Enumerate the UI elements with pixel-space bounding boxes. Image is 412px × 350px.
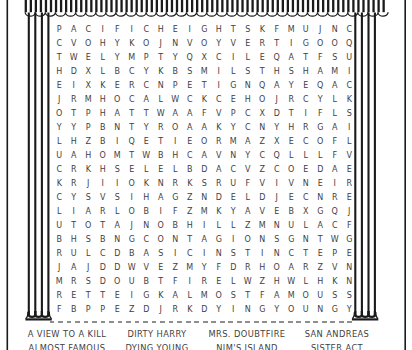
grid-cell: H	[299, 65, 314, 79]
grid-cell: B	[96, 121, 111, 135]
grid-cell: V	[255, 205, 270, 219]
grid-cell: Y	[139, 121, 154, 135]
grid-cell: H	[168, 149, 183, 163]
grid-cell: N	[255, 233, 270, 247]
grid-cell: K	[183, 303, 198, 317]
grid-cell: E	[299, 79, 314, 93]
grid-cell: O	[313, 37, 328, 51]
grid-cell: L	[96, 65, 111, 79]
grid-cell: Y	[212, 303, 227, 317]
grid-cell: E	[110, 303, 125, 317]
grid-cell: L	[154, 93, 169, 107]
grid-cell: C	[81, 23, 96, 37]
grid-cell: N	[241, 303, 256, 317]
grid-cell: E	[110, 79, 125, 93]
grid-cell: I	[342, 121, 357, 135]
left-curtain-column	[25, 13, 51, 320]
grid-cell: B	[110, 65, 125, 79]
grid-cell: I	[96, 177, 111, 191]
grid-cell: U	[226, 177, 241, 191]
grid-cell: I	[342, 65, 357, 79]
grid-cell: F	[212, 261, 227, 275]
grid-cell: E	[270, 205, 285, 219]
grid-cell: E	[284, 135, 299, 149]
grid-cell: U	[52, 219, 67, 233]
grid-cell: C	[139, 79, 154, 93]
grid-cell: L	[226, 65, 241, 79]
grid-cell: S	[110, 163, 125, 177]
grid-cell: Z	[81, 135, 96, 149]
grid-cell: A	[67, 23, 82, 37]
grid-cell: J	[125, 219, 140, 233]
grid-cell: U	[313, 289, 328, 303]
grid-cell: M	[197, 65, 212, 79]
grid-cell: R	[168, 303, 183, 317]
grid-cell: I	[125, 191, 140, 205]
grid-cell: I	[67, 79, 82, 93]
grid-cell: I	[299, 107, 314, 121]
grid-cell: J	[154, 303, 169, 317]
grid-cell: I	[125, 289, 140, 303]
grid-cell: G	[342, 233, 357, 247]
grid-cell: V	[342, 149, 357, 163]
grid-cell: N	[154, 79, 169, 93]
grid-cell: B	[154, 149, 169, 163]
grid-cell: M	[255, 219, 270, 233]
grid-cell: I	[96, 23, 111, 37]
grid-cell: T	[154, 51, 169, 65]
grid-cell: A	[328, 79, 343, 93]
grid-cell: H	[67, 135, 82, 149]
cut-line-separator	[50, 321, 354, 323]
grid-cell: N	[270, 219, 285, 233]
grid-cell: M	[284, 289, 299, 303]
grid-cell: T	[139, 107, 154, 121]
grid-cell: H	[96, 93, 111, 107]
grid-cell: D	[96, 275, 111, 289]
grid-cell: H	[270, 275, 285, 289]
grid-cell: R	[197, 275, 212, 289]
word-list-item: ALMOST FAMOUS	[22, 344, 112, 350]
grid-cell: T	[52, 51, 67, 65]
grid-cell: G	[255, 303, 270, 317]
grid-cell: J	[270, 191, 285, 205]
grid-cell: L	[241, 191, 256, 205]
grid-cell: C	[342, 23, 357, 37]
grid-cell: N	[197, 191, 212, 205]
grid-cell: L	[342, 135, 357, 149]
grid-cell: F	[313, 51, 328, 65]
grid-cell: S	[226, 289, 241, 303]
grid-cell: T	[96, 219, 111, 233]
grid-cell: O	[255, 93, 270, 107]
grid-cell: A	[241, 135, 256, 149]
grid-cell: W	[67, 51, 82, 65]
grid-cell: O	[154, 233, 169, 247]
grid-cell: J	[52, 261, 67, 275]
word-list-item: A VIEW TO A KILL	[22, 330, 112, 339]
grid-cell: H	[270, 65, 285, 79]
grid-cell: U	[125, 275, 140, 289]
grid-cell: K	[255, 23, 270, 37]
grid-cell: B	[183, 163, 198, 177]
grid-cell: N	[241, 79, 256, 93]
grid-cell: D	[197, 303, 212, 317]
grid-cell: S	[154, 247, 169, 261]
grid-cell: H	[96, 37, 111, 51]
grid-cell: O	[299, 289, 314, 303]
grid-cell: B	[168, 219, 183, 233]
grid-cell: B	[96, 233, 111, 247]
grid-cell: A	[284, 261, 299, 275]
grid-cell: E	[52, 79, 67, 93]
grid-cell: P	[81, 121, 96, 135]
grid-cell: I	[226, 303, 241, 317]
grid-cell: V	[183, 37, 198, 51]
grid-cell: A	[197, 233, 212, 247]
grid-cell: O	[154, 219, 169, 233]
grid-cell: J	[270, 93, 285, 107]
grid-cell: L	[313, 149, 328, 163]
grid-cell: K	[81, 163, 96, 177]
grid-cell: A	[67, 261, 82, 275]
word-list-item: SAN ANDREAS	[292, 330, 382, 339]
curtain-valance	[25, 0, 388, 16]
grid-cell: K	[212, 205, 227, 219]
grid-cell: O	[197, 37, 212, 51]
grid-cell: N	[313, 191, 328, 205]
grid-cell: I	[67, 205, 82, 219]
grid-cell: G	[139, 289, 154, 303]
grid-cell: V	[212, 107, 227, 121]
grid-cell: E	[284, 191, 299, 205]
grid-cell: A	[139, 93, 154, 107]
grid-cell: G	[299, 37, 314, 51]
grid-cell: H	[52, 65, 67, 79]
grid-cell: C	[52, 163, 67, 177]
grid-cell: V	[328, 261, 343, 275]
grid-cell: C	[342, 79, 357, 93]
grid-cell: X	[255, 107, 270, 121]
grid-cell: Z	[125, 303, 140, 317]
grid-cell: L	[299, 219, 314, 233]
grid-cell: Y	[52, 121, 67, 135]
grid-cell: R	[212, 177, 227, 191]
grid-cell: R	[67, 177, 82, 191]
grid-cell: C	[139, 233, 154, 247]
grid-cell: P	[168, 79, 183, 93]
grid-cell: A	[168, 289, 183, 303]
grid-cell: A	[81, 205, 96, 219]
grid-cell: V	[226, 37, 241, 51]
grid-cell: S	[284, 65, 299, 79]
grid-cell: Q	[313, 79, 328, 93]
grid-cell: O	[168, 121, 183, 135]
grid-cell: T	[67, 107, 82, 121]
grid-cell: Q	[328, 205, 343, 219]
grid-cell: B	[67, 303, 82, 317]
grid-cell: S	[241, 23, 256, 37]
grid-cell: H	[313, 275, 328, 289]
grid-cell: R	[96, 205, 111, 219]
grid-cell: Z	[313, 261, 328, 275]
grid-cell: L	[241, 51, 256, 65]
grid-cell: K	[328, 275, 343, 289]
grid-cell: C	[212, 93, 227, 107]
grid-cell: F	[197, 107, 212, 121]
grid-cell: S	[81, 191, 96, 205]
grid-cell: J	[52, 93, 67, 107]
grid-cell: N	[270, 247, 285, 261]
grid-cell: T	[299, 247, 314, 261]
grid-cell: E	[342, 163, 357, 177]
grid-cell: H	[212, 23, 227, 37]
grid-cell: U	[299, 303, 314, 317]
grid-cell: L	[52, 135, 67, 149]
grid-cell: T	[241, 289, 256, 303]
grid-cell: C	[125, 65, 140, 79]
grid-cell: A	[270, 289, 285, 303]
grid-cell: X	[81, 65, 96, 79]
grid-cell: G	[328, 303, 343, 317]
grid-cell: Y	[139, 65, 154, 79]
grid-cell: W	[125, 261, 140, 275]
grid-cell: J	[342, 205, 357, 219]
word-list-item: MRS. DOUBTFIRE	[202, 330, 292, 339]
grid-cell: F	[328, 135, 343, 149]
grid-cell: E	[226, 93, 241, 107]
grid-cell: C	[299, 135, 314, 149]
grid-cell: X	[81, 79, 96, 93]
grid-cell: O	[284, 303, 299, 317]
grid-cell: V	[241, 163, 256, 177]
word-list-item: NIM'S ISLAND	[202, 344, 292, 350]
grid-cell: S	[81, 275, 96, 289]
grid-cell: O	[270, 261, 285, 275]
grid-cell: P	[81, 107, 96, 121]
grid-cell: A	[212, 163, 227, 177]
grid-cell: E	[299, 163, 314, 177]
grid-cell: M	[197, 205, 212, 219]
grid-cell: Y	[342, 303, 357, 317]
grid-cell: L	[139, 163, 154, 177]
grid-cell: C	[183, 93, 198, 107]
grid-cell: T	[125, 121, 140, 135]
grid-cell: A	[168, 107, 183, 121]
grid-cell: V	[284, 177, 299, 191]
grid-cell: R	[154, 121, 169, 135]
grid-cell: C	[284, 247, 299, 261]
grid-cell: C	[183, 149, 198, 163]
grid-cell: L	[226, 219, 241, 233]
grid-cell: T	[226, 23, 241, 37]
grid-cell: E	[183, 135, 198, 149]
grid-cell: Y	[313, 93, 328, 107]
grid-cell: Z	[183, 191, 198, 205]
grid-cell: W	[168, 93, 183, 107]
grid-cell: J	[154, 37, 169, 51]
grid-cell: I	[154, 205, 169, 219]
grid-cell: T	[154, 135, 169, 149]
grid-cell: Q	[270, 51, 285, 65]
grid-cell: L	[183, 289, 198, 303]
grid-cell: G	[197, 23, 212, 37]
grid-cell: B	[96, 135, 111, 149]
grid-cell: C	[212, 51, 227, 65]
grid-cell: A	[328, 121, 343, 135]
grid-cell: E	[139, 135, 154, 149]
grid-cell: B	[284, 205, 299, 219]
grid-cell: R	[342, 177, 357, 191]
grid-cell: O	[139, 37, 154, 51]
grid-cell: N	[168, 233, 183, 247]
grid-cell: S	[110, 191, 125, 205]
word-list: A VIEW TO A KILL DIRTY HARRY MRS. DOUBTF…	[22, 330, 382, 350]
grid-cell: D	[255, 191, 270, 205]
grid-cell: D	[110, 247, 125, 261]
grid-cell: S	[226, 247, 241, 261]
grid-cell: L	[328, 107, 343, 121]
grid-cell: I	[212, 65, 227, 79]
grid-cell: O	[328, 37, 343, 51]
grid-cell: M	[284, 23, 299, 37]
grid-cell: V	[139, 261, 154, 275]
grid-cell: S	[241, 65, 256, 79]
grid-cell: R	[284, 93, 299, 107]
grid-cell: H	[96, 107, 111, 121]
grid-cell: C	[241, 121, 256, 135]
grid-cell: Y	[67, 191, 82, 205]
grid-cell: Y	[168, 51, 183, 65]
grid-cell: A	[183, 121, 198, 135]
grid-cell: E	[154, 163, 169, 177]
grid-cell: O	[125, 205, 140, 219]
grid-cell: R	[168, 177, 183, 191]
grid-cell: H	[81, 149, 96, 163]
grid-cell: Y	[110, 37, 125, 51]
grid-cell: E	[183, 79, 198, 93]
grid-cell: O	[81, 219, 96, 233]
grid-cell: R	[212, 135, 227, 149]
grid-cell: J	[81, 261, 96, 275]
grid-cell: Q	[255, 79, 270, 93]
grid-cell: D	[139, 303, 154, 317]
grid-cell: H	[241, 93, 256, 107]
grid-cell: S	[328, 289, 343, 303]
grid-cell: N	[299, 177, 314, 191]
grid-cell: P	[81, 303, 96, 317]
grid-cell: Y	[67, 121, 82, 135]
grid-cell: T	[270, 37, 285, 51]
word-search-page: PACIFICHEIGHTSKFMUJNCCVOHYKOJNVOYVERTIGO…	[0, 0, 412, 350]
grid-cell: P	[96, 303, 111, 317]
grid-cell: E	[226, 191, 241, 205]
grid-cell: D	[110, 261, 125, 275]
grid-cell: F	[313, 107, 328, 121]
grid-cell: F	[328, 149, 343, 163]
grid-cell: W	[328, 233, 343, 247]
grid-cell: F	[255, 289, 270, 303]
grid-cell: I	[110, 135, 125, 149]
grid-cell: A	[110, 219, 125, 233]
grid-cell: Q	[125, 135, 140, 149]
grid-cell: F	[168, 275, 183, 289]
grid-cell: L	[168, 163, 183, 177]
grid-cell: I	[226, 51, 241, 65]
grid-cell: H	[154, 23, 169, 37]
grid-cell: A	[67, 149, 82, 163]
grid-cell: A	[313, 219, 328, 233]
grid-cell: O	[313, 135, 328, 149]
grid-cell: R	[52, 247, 67, 261]
grid-cell: I	[125, 23, 140, 37]
grid-cell: O	[241, 233, 256, 247]
grid-cell: L	[299, 149, 314, 163]
grid-cell: C	[52, 37, 67, 51]
grid-cell: K	[52, 177, 67, 191]
grid-cell: N	[299, 233, 314, 247]
grid-cell: Q	[342, 37, 357, 51]
grid-cell: K	[183, 177, 198, 191]
grid-cell: C	[96, 247, 111, 261]
grid-cell: O	[52, 107, 67, 121]
grid-cell: A	[284, 51, 299, 65]
grid-cell: I	[226, 233, 241, 247]
grid-cell: O	[81, 37, 96, 51]
grid-cell: T	[96, 289, 111, 303]
grid-cell: S	[183, 65, 198, 79]
grid-cell: C	[139, 23, 154, 37]
grid-cell: K	[154, 289, 169, 303]
grid-cell: K	[197, 93, 212, 107]
grid-cell: C	[241, 107, 256, 121]
grid-cell: P	[52, 23, 67, 37]
grid-cell: U	[342, 51, 357, 65]
grid-cell: C	[299, 93, 314, 107]
grid-cell: O	[284, 163, 299, 177]
grid-cell: A	[197, 149, 212, 163]
grid-cell: F	[270, 23, 285, 37]
grid-cell: C	[255, 149, 270, 163]
grid-cell: R	[241, 261, 256, 275]
grid-cell: Y	[241, 149, 256, 163]
grid-cell: A	[110, 107, 125, 121]
grid-cell: L	[212, 219, 227, 233]
grid-cell: T	[284, 107, 299, 121]
grid-cell: I	[168, 135, 183, 149]
grid-cell: N	[342, 275, 357, 289]
grid-cell: I	[197, 247, 212, 261]
grid-cell: G	[212, 233, 227, 247]
grid-cell: Z	[255, 135, 270, 149]
grid-cell: Z	[183, 205, 198, 219]
grid-cell: V	[67, 37, 82, 51]
grid-cell: K	[139, 177, 154, 191]
grid-cell: M	[197, 289, 212, 303]
grid-cell: E	[81, 51, 96, 65]
grid-cell: M	[226, 135, 241, 149]
grid-cell: N	[110, 233, 125, 247]
grid-cell: V	[212, 149, 227, 163]
grid-cell: W	[284, 275, 299, 289]
grid-cell: R	[255, 37, 270, 51]
grid-cell: N	[255, 121, 270, 135]
grid-cell: Z	[255, 163, 270, 177]
grid-cell: N	[154, 177, 169, 191]
grid-cell: T	[67, 219, 82, 233]
grid-cell: R	[52, 289, 67, 303]
grid-cell: M	[52, 275, 67, 289]
